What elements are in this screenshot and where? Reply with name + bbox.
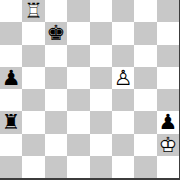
square-h6[interactable] <box>157 45 179 67</box>
square-e5[interactable] <box>90 67 112 89</box>
piece-white-pawn: ♟♙ <box>112 67 134 89</box>
square-b4[interactable] <box>22 89 44 111</box>
square-f1[interactable] <box>112 156 134 178</box>
square-g7[interactable] <box>134 22 156 44</box>
square-g3[interactable] <box>134 111 156 133</box>
piece-white-king: ♚♔ <box>157 134 179 156</box>
piece-white-rook: ♜♖ <box>23 0 45 22</box>
square-e4[interactable] <box>90 89 112 111</box>
black-pawn-icon: ♟ <box>157 111 179 133</box>
square-g2[interactable] <box>134 134 156 156</box>
square-a3[interactable]: ♜ <box>0 111 22 133</box>
square-e3[interactable] <box>90 111 112 133</box>
square-g4[interactable] <box>134 89 156 111</box>
square-f7[interactable] <box>112 22 134 44</box>
square-a4[interactable] <box>0 89 22 111</box>
square-f2[interactable] <box>112 134 134 156</box>
square-c6[interactable] <box>45 45 67 67</box>
square-d8[interactable] <box>67 0 89 22</box>
square-d1[interactable] <box>67 156 89 178</box>
square-d3[interactable] <box>67 111 89 133</box>
white-pawn-icon: ♙ <box>112 67 134 89</box>
square-b6[interactable] <box>22 45 44 67</box>
square-a7[interactable] <box>0 22 22 44</box>
square-h5[interactable] <box>157 67 179 89</box>
white-king-icon: ♔ <box>157 134 179 156</box>
square-c4[interactable] <box>45 89 67 111</box>
square-a1[interactable] <box>0 156 22 178</box>
square-h1[interactable] <box>157 156 179 178</box>
square-a8[interactable] <box>0 0 22 22</box>
square-g5[interactable] <box>134 67 156 89</box>
square-b8[interactable]: ♜♖ <box>22 0 44 22</box>
square-h4[interactable] <box>157 89 179 111</box>
square-b1[interactable] <box>22 156 44 178</box>
square-g8[interactable] <box>134 0 156 22</box>
piece-black-pawn: ♟ <box>157 111 179 133</box>
square-f8[interactable] <box>112 0 134 22</box>
square-f5[interactable]: ♟♙ <box>112 67 134 89</box>
chess-board: ♜♖♚♟♟♙♜♟♚♔ <box>0 0 180 180</box>
square-h2[interactable]: ♚♔ <box>157 134 179 156</box>
square-f3[interactable] <box>112 111 134 133</box>
square-e1[interactable] <box>90 156 112 178</box>
square-d2[interactable] <box>67 134 89 156</box>
square-a5[interactable]: ♟ <box>0 67 22 89</box>
square-a6[interactable] <box>0 45 22 67</box>
square-d5[interactable] <box>67 67 89 89</box>
square-h8[interactable] <box>157 0 179 22</box>
square-c3[interactable] <box>45 111 67 133</box>
black-pawn-icon: ♟ <box>0 67 22 89</box>
square-e8[interactable] <box>90 0 112 22</box>
square-h3[interactable]: ♟ <box>157 111 179 133</box>
black-king-icon: ♚ <box>45 22 67 44</box>
square-c2[interactable] <box>45 134 67 156</box>
square-b2[interactable] <box>22 134 44 156</box>
square-b5[interactable] <box>22 67 44 89</box>
square-e6[interactable] <box>90 45 112 67</box>
piece-black-pawn: ♟ <box>0 67 22 89</box>
white-rook-icon: ♖ <box>23 0 45 22</box>
square-d4[interactable] <box>67 89 89 111</box>
square-a2[interactable] <box>0 134 22 156</box>
piece-black-king: ♚ <box>45 22 67 44</box>
square-c8[interactable] <box>45 0 67 22</box>
square-d6[interactable] <box>67 45 89 67</box>
square-c7[interactable]: ♚ <box>45 22 67 44</box>
square-c1[interactable] <box>45 156 67 178</box>
square-b3[interactable] <box>22 111 44 133</box>
square-c5[interactable] <box>45 67 67 89</box>
black-rook-icon: ♜ <box>0 111 22 133</box>
square-d7[interactable] <box>67 22 89 44</box>
square-g1[interactable] <box>134 156 156 178</box>
square-f4[interactable] <box>112 89 134 111</box>
square-b7[interactable] <box>22 22 44 44</box>
chess-diagram: ♜♖♚♟♟♙♜♟♚♔ <box>0 0 180 180</box>
square-h7[interactable] <box>157 22 179 44</box>
square-g6[interactable] <box>134 45 156 67</box>
square-e2[interactable] <box>90 134 112 156</box>
square-f6[interactable] <box>112 45 134 67</box>
piece-black-rook: ♜ <box>0 111 22 133</box>
square-e7[interactable] <box>90 22 112 44</box>
